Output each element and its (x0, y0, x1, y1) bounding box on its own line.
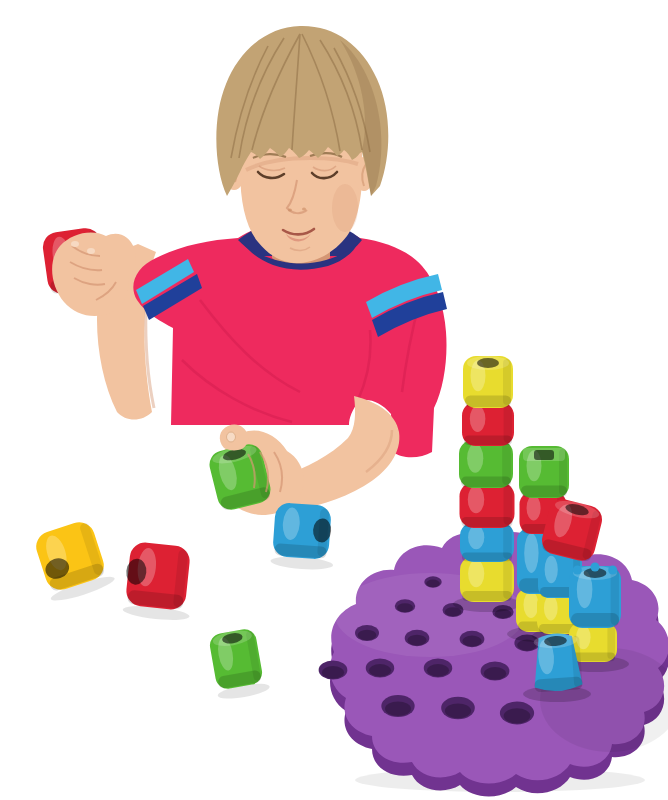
cheek-shadow (332, 184, 358, 232)
board-hole-depth (462, 636, 481, 647)
board-hole-depth (322, 666, 344, 679)
boy-nostril (288, 209, 292, 212)
board-hole-depth (484, 667, 506, 680)
board-hole-depth (445, 703, 471, 718)
back-left-tower-peg-green (459, 440, 513, 488)
back-left-tower-peg-red (462, 402, 514, 446)
board-hole-depth (358, 630, 377, 641)
back-left-tower-peg-yellow (460, 556, 514, 602)
board-hole-depth (426, 580, 440, 588)
board-hole-depth (445, 607, 461, 616)
board-hole-depth (385, 701, 411, 716)
product-photo (0, 0, 668, 800)
board-hole-depth (504, 708, 531, 723)
thumbnail (227, 432, 236, 442)
fingernail (71, 241, 79, 247)
board-hole-depth (427, 664, 449, 677)
back-left-tower-peg-yellow (463, 356, 513, 408)
board-hole-depth (407, 635, 426, 646)
fingernail (87, 248, 95, 254)
far-right-tower-peg-blue (569, 563, 621, 629)
scene-canvas (0, 0, 668, 800)
front-single-peg-blue (531, 632, 583, 693)
boy-nostril (302, 208, 306, 211)
back-left-tower-peg-red (460, 482, 515, 528)
board-hole-depth (397, 603, 413, 612)
board-hole-depth (369, 664, 391, 677)
middle-tower-peg-green (519, 446, 569, 498)
